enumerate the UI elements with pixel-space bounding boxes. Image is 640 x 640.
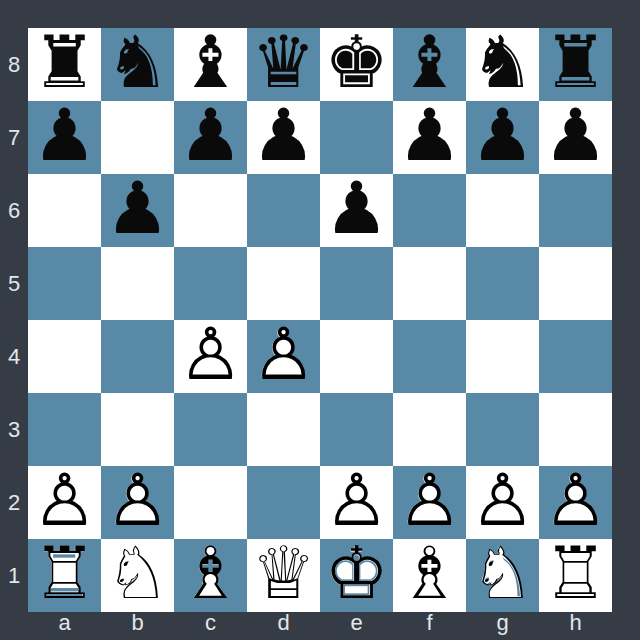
- white-pawn-icon[interactable]: ♟︎♙︎: [174, 320, 247, 393]
- square-b1[interactable]: ♞︎♘︎: [101, 539, 174, 612]
- square-b6[interactable]: ♟︎: [101, 174, 174, 247]
- square-a2[interactable]: ♟︎♙︎: [28, 466, 101, 539]
- square-h6[interactable]: [539, 174, 612, 247]
- square-e5[interactable]: [320, 247, 393, 320]
- square-f1[interactable]: ♝︎♗︎: [393, 539, 466, 612]
- piece-outline-layer: ♙︎: [543, 464, 608, 537]
- square-h2[interactable]: ♟︎♙︎: [539, 466, 612, 539]
- square-e4[interactable]: [320, 320, 393, 393]
- piece-solid-layer: ♟︎: [178, 99, 243, 172]
- square-g4[interactable]: [466, 320, 539, 393]
- square-c7[interactable]: ♟︎: [174, 101, 247, 174]
- square-a3[interactable]: [28, 393, 101, 466]
- white-pawn-icon[interactable]: ♟︎♙︎: [28, 466, 101, 539]
- black-pawn-icon[interactable]: ♟︎: [393, 101, 466, 174]
- piece-outline-layer: ♙︎: [470, 464, 535, 537]
- square-a8[interactable]: ♜︎: [28, 28, 101, 101]
- black-rook-icon[interactable]: ♜︎: [28, 28, 101, 101]
- file-label-a: a: [28, 612, 101, 640]
- piece-outline-layer: ♙︎: [32, 464, 97, 537]
- square-c1[interactable]: ♝︎♗︎: [174, 539, 247, 612]
- chess-board: ♜︎♞︎♝︎♛︎♚︎♝︎♞︎♜︎♟︎♟︎♟︎♟︎♟︎♟︎♟︎♟︎♟︎♙︎♟︎♙︎…: [28, 28, 612, 612]
- black-pawn-icon[interactable]: ♟︎: [539, 101, 612, 174]
- square-e2[interactable]: ♟︎♙︎: [320, 466, 393, 539]
- square-c5[interactable]: [174, 247, 247, 320]
- black-pawn-icon[interactable]: ♟︎: [101, 174, 174, 247]
- black-pawn-icon[interactable]: ♟︎: [320, 174, 393, 247]
- piece-solid-layer: ♚︎: [324, 26, 389, 99]
- chess-app: ♜︎♞︎♝︎♛︎♚︎♝︎♞︎♜︎♟︎♟︎♟︎♟︎♟︎♟︎♟︎♟︎♟︎♙︎♟︎♙︎…: [0, 0, 640, 640]
- square-g2[interactable]: ♟︎♙︎: [466, 466, 539, 539]
- square-d7[interactable]: ♟︎: [247, 101, 320, 174]
- square-f5[interactable]: [393, 247, 466, 320]
- square-g7[interactable]: ♟︎: [466, 101, 539, 174]
- white-pawn-icon[interactable]: ♟︎♙︎: [247, 320, 320, 393]
- black-pawn-icon[interactable]: ♟︎: [247, 101, 320, 174]
- black-pawn-icon[interactable]: ♟︎: [174, 101, 247, 174]
- square-d3[interactable]: [247, 393, 320, 466]
- piece-solid-layer: ♜︎: [32, 26, 97, 99]
- piece-outline-layer: ♗︎: [397, 537, 462, 610]
- black-pawn-icon[interactable]: ♟︎: [466, 101, 539, 174]
- piece-solid-layer: ♞︎: [105, 26, 170, 99]
- square-a7[interactable]: ♟︎: [28, 101, 101, 174]
- square-a4[interactable]: [28, 320, 101, 393]
- square-a6[interactable]: [28, 174, 101, 247]
- piece-solid-layer: ♞︎: [470, 26, 535, 99]
- black-pawn-icon[interactable]: ♟︎: [28, 101, 101, 174]
- white-pawn-icon[interactable]: ♟︎♙︎: [320, 466, 393, 539]
- square-h1[interactable]: ♜︎♖︎: [539, 539, 612, 612]
- square-b4[interactable]: [101, 320, 174, 393]
- white-pawn-icon[interactable]: ♟︎♙︎: [393, 466, 466, 539]
- square-h8[interactable]: ♜︎: [539, 28, 612, 101]
- rank-label-2: 2: [0, 466, 28, 539]
- piece-outline-layer: ♖︎: [543, 537, 608, 610]
- piece-outline-layer: ♗︎: [178, 537, 243, 610]
- square-d8[interactable]: ♛︎: [247, 28, 320, 101]
- black-king-icon[interactable]: ♚︎: [320, 28, 393, 101]
- piece-solid-layer: ♟︎: [324, 172, 389, 245]
- square-d4[interactable]: ♟︎♙︎: [247, 320, 320, 393]
- square-g1[interactable]: ♞︎♘︎: [466, 539, 539, 612]
- black-queen-icon[interactable]: ♛︎: [247, 28, 320, 101]
- rank-label-1: 1: [0, 539, 28, 612]
- white-knight-icon[interactable]: ♞︎♘︎: [466, 539, 539, 612]
- square-b5[interactable]: [101, 247, 174, 320]
- file-label-b: b: [101, 612, 174, 640]
- square-a1[interactable]: ♜︎♖︎: [28, 539, 101, 612]
- piece-outline-layer: ♙︎: [397, 464, 462, 537]
- square-d2[interactable]: [247, 466, 320, 539]
- square-d1[interactable]: ♛︎♕︎: [247, 539, 320, 612]
- rank-label-8: 8: [0, 28, 28, 101]
- square-d5[interactable]: [247, 247, 320, 320]
- square-f2[interactable]: ♟︎♙︎: [393, 466, 466, 539]
- rank-label-5: 5: [0, 247, 28, 320]
- white-knight-icon[interactable]: ♞︎♘︎: [101, 539, 174, 612]
- square-g8[interactable]: ♞︎: [466, 28, 539, 101]
- square-e6[interactable]: ♟︎: [320, 174, 393, 247]
- square-e3[interactable]: [320, 393, 393, 466]
- piece-outline-layer: ♙︎: [251, 318, 316, 391]
- file-label-f: f: [393, 612, 466, 640]
- piece-outline-layer: ♕︎: [251, 537, 316, 610]
- file-label-d: d: [247, 612, 320, 640]
- piece-outline-layer: ♙︎: [105, 464, 170, 537]
- square-e8[interactable]: ♚︎: [320, 28, 393, 101]
- black-bishop-icon[interactable]: ♝︎: [174, 28, 247, 101]
- square-e7[interactable]: [320, 101, 393, 174]
- square-f8[interactable]: ♝︎: [393, 28, 466, 101]
- square-h7[interactable]: ♟︎: [539, 101, 612, 174]
- square-b7[interactable]: [101, 101, 174, 174]
- square-f7[interactable]: ♟︎: [393, 101, 466, 174]
- square-f4[interactable]: [393, 320, 466, 393]
- square-g5[interactable]: [466, 247, 539, 320]
- square-c3[interactable]: [174, 393, 247, 466]
- square-c2[interactable]: [174, 466, 247, 539]
- piece-solid-layer: ♟︎: [251, 99, 316, 172]
- file-label-e: e: [320, 612, 393, 640]
- piece-solid-layer: ♝︎: [397, 26, 462, 99]
- white-king-icon[interactable]: ♚︎♔︎: [320, 539, 393, 612]
- square-c6[interactable]: [174, 174, 247, 247]
- square-e1[interactable]: ♚︎♔︎: [320, 539, 393, 612]
- piece-outline-layer: ♖︎: [32, 537, 97, 610]
- square-c4[interactable]: ♟︎♙︎: [174, 320, 247, 393]
- square-f6[interactable]: [393, 174, 466, 247]
- piece-solid-layer: ♛︎: [251, 26, 316, 99]
- white-rook-icon[interactable]: ♜︎♖︎: [28, 539, 101, 612]
- square-d6[interactable]: [247, 174, 320, 247]
- square-a5[interactable]: [28, 247, 101, 320]
- rank-label-7: 7: [0, 101, 28, 174]
- square-c8[interactable]: ♝︎: [174, 28, 247, 101]
- piece-outline-layer: ♘︎: [470, 537, 535, 610]
- white-rook-icon[interactable]: ♜︎♖︎: [539, 539, 612, 612]
- white-bishop-icon[interactable]: ♝︎♗︎: [174, 539, 247, 612]
- file-label-h: h: [539, 612, 612, 640]
- square-h5[interactable]: [539, 247, 612, 320]
- piece-solid-layer: ♜︎: [543, 26, 608, 99]
- square-g6[interactable]: [466, 174, 539, 247]
- square-g3[interactable]: [466, 393, 539, 466]
- piece-solid-layer: ♝︎: [178, 26, 243, 99]
- piece-solid-layer: ♟︎: [397, 99, 462, 172]
- piece-outline-layer: ♘︎: [105, 537, 170, 610]
- piece-outline-layer: ♙︎: [178, 318, 243, 391]
- piece-solid-layer: ♟︎: [32, 99, 97, 172]
- piece-outline-layer: ♔︎: [324, 537, 389, 610]
- black-knight-icon[interactable]: ♞︎: [101, 28, 174, 101]
- black-knight-icon[interactable]: ♞︎: [466, 28, 539, 101]
- square-b8[interactable]: ♞︎: [101, 28, 174, 101]
- white-pawn-icon[interactable]: ♟︎♙︎: [539, 466, 612, 539]
- black-rook-icon[interactable]: ♜︎: [539, 28, 612, 101]
- square-h3[interactable]: [539, 393, 612, 466]
- piece-solid-layer: ♟︎: [105, 172, 170, 245]
- rank-label-4: 4: [0, 320, 28, 393]
- file-label-c: c: [174, 612, 247, 640]
- white-pawn-icon[interactable]: ♟︎♙︎: [101, 466, 174, 539]
- square-f3[interactable]: [393, 393, 466, 466]
- white-pawn-icon[interactable]: ♟︎♙︎: [466, 466, 539, 539]
- piece-solid-layer: ♟︎: [543, 99, 608, 172]
- black-bishop-icon[interactable]: ♝︎: [393, 28, 466, 101]
- white-queen-icon[interactable]: ♛︎♕︎: [247, 539, 320, 612]
- square-b2[interactable]: ♟︎♙︎: [101, 466, 174, 539]
- file-label-g: g: [466, 612, 539, 640]
- piece-solid-layer: ♟︎: [470, 99, 535, 172]
- piece-outline-layer: ♙︎: [324, 464, 389, 537]
- rank-label-6: 6: [0, 174, 28, 247]
- square-h4[interactable]: [539, 320, 612, 393]
- rank-label-3: 3: [0, 393, 28, 466]
- file-labels: abcdefgh: [28, 612, 612, 640]
- white-bishop-icon[interactable]: ♝︎♗︎: [393, 539, 466, 612]
- rank-labels: 87654321: [0, 28, 28, 612]
- square-b3[interactable]: [101, 393, 174, 466]
